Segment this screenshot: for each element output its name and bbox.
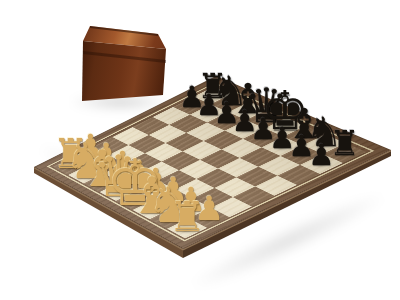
chess-set-product-photo: ♜♞♝♛♚♝♞♜♟♟♟♟♟♟♟♟♟♟♟♟♟♟♟♟♜♞♝♛♚♝♞♜ bbox=[0, 0, 400, 300]
storage-box bbox=[78, 20, 172, 108]
